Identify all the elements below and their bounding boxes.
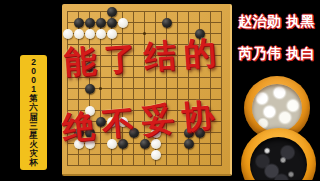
star-point [99, 87, 102, 90]
black-stone [85, 18, 95, 28]
go-board [62, 4, 232, 176]
white-stone [96, 29, 106, 39]
black-stones-in-bowl [250, 137, 307, 181]
event-banner: 2001第六届三星火灾杯 [20, 55, 47, 170]
white-stones-in-bowl [252, 84, 302, 132]
black-stone [74, 18, 84, 28]
star-point [143, 32, 146, 35]
player-panel: 赵治勋 执黑 芮乃伟 执白 [230, 0, 320, 180]
video-thumbnail: 2001第六届三星火灾杯 能了结的 绝不妥协 赵治勋 执黑 芮乃伟 执白 [0, 0, 320, 180]
black-player-label: 赵治勋 执黑 [238, 13, 315, 31]
white-stone [85, 29, 95, 39]
black-stone [107, 18, 117, 28]
black-stone-bowl [241, 128, 316, 180]
white-player-label: 芮乃伟 执白 [238, 45, 315, 63]
white-stone [74, 29, 84, 39]
white-stone [151, 150, 161, 160]
black-stone [162, 18, 172, 28]
black-stone [107, 7, 117, 17]
white-stone [118, 18, 128, 28]
black-stone [96, 18, 106, 28]
white-stone [63, 29, 73, 39]
event-banner-char: 杯 [29, 158, 38, 167]
black-stone [85, 84, 95, 94]
